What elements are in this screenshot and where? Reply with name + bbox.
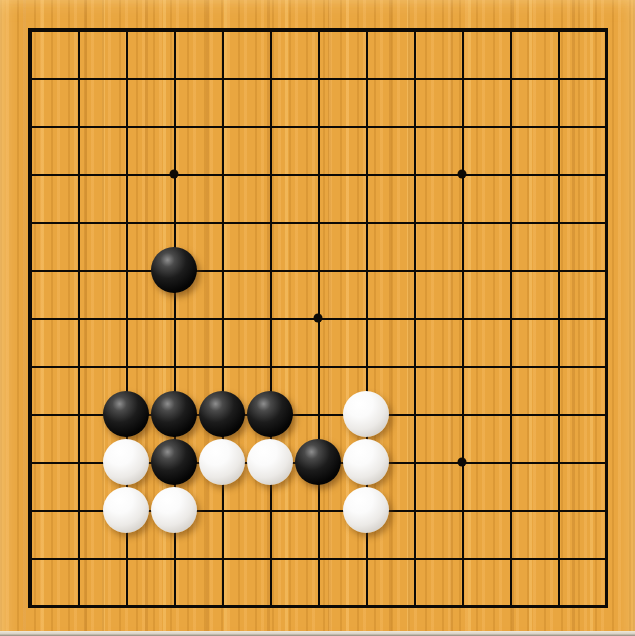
- intersection-L11[interactable]: [486, 102, 534, 150]
- intersection-L7[interactable]: [486, 294, 534, 342]
- intersection-L5[interactable]: [486, 390, 534, 438]
- intersection-M13[interactable]: [534, 6, 582, 54]
- star-point: [458, 170, 467, 179]
- intersection-D10[interactable]: [150, 150, 198, 198]
- intersection-L3[interactable]: [486, 486, 534, 534]
- intersection-G3[interactable]: [294, 486, 342, 534]
- intersection-D4[interactable]: [150, 438, 198, 486]
- intersection-N13[interactable]: [582, 6, 630, 54]
- intersection-E4[interactable]: [198, 438, 246, 486]
- black-stone: [295, 439, 341, 485]
- intersection-N7[interactable]: [582, 294, 630, 342]
- intersection-J10[interactable]: [390, 150, 438, 198]
- intersection-A3[interactable]: [6, 486, 54, 534]
- intersection-N9[interactable]: [582, 198, 630, 246]
- black-stone: [199, 391, 245, 437]
- intersection-F6[interactable]: [246, 342, 294, 390]
- intersection-H8[interactable]: [342, 246, 390, 294]
- intersection-B12[interactable]: [54, 54, 102, 102]
- intersection-B8[interactable]: [54, 246, 102, 294]
- intersection-H6[interactable]: [342, 342, 390, 390]
- intersection-J8[interactable]: [390, 246, 438, 294]
- intersection-B2[interactable]: [54, 534, 102, 582]
- intersection-D2[interactable]: [150, 534, 198, 582]
- intersection-B10[interactable]: [54, 150, 102, 198]
- intersection-N8[interactable]: [582, 246, 630, 294]
- intersection-L8[interactable]: [486, 246, 534, 294]
- intersection-A5[interactable]: [6, 390, 54, 438]
- intersection-K5[interactable]: [438, 390, 486, 438]
- intersection-B3[interactable]: [54, 486, 102, 534]
- intersection-J11[interactable]: [390, 102, 438, 150]
- intersection-J7[interactable]: [390, 294, 438, 342]
- intersection-C13[interactable]: [102, 6, 150, 54]
- intersection-J6[interactable]: [390, 342, 438, 390]
- intersection-K12[interactable]: [438, 54, 486, 102]
- star-point: [458, 458, 467, 467]
- intersection-J1[interactable]: [390, 582, 438, 630]
- intersection-F7[interactable]: [246, 294, 294, 342]
- black-stone: [151, 247, 197, 293]
- intersection-M10[interactable]: [534, 150, 582, 198]
- intersections-grid: [6, 6, 630, 630]
- intersection-H7[interactable]: [342, 294, 390, 342]
- intersection-J4[interactable]: [390, 438, 438, 486]
- intersection-E8[interactable]: [198, 246, 246, 294]
- intersection-L4[interactable]: [486, 438, 534, 486]
- intersection-C1[interactable]: [102, 582, 150, 630]
- intersection-D9[interactable]: [150, 198, 198, 246]
- intersection-E6[interactable]: [198, 342, 246, 390]
- intersection-M6[interactable]: [534, 342, 582, 390]
- intersection-F5[interactable]: [246, 390, 294, 438]
- intersection-L6[interactable]: [486, 342, 534, 390]
- intersection-E3[interactable]: [198, 486, 246, 534]
- intersection-J3[interactable]: [390, 486, 438, 534]
- intersection-E2[interactable]: [198, 534, 246, 582]
- intersection-C5[interactable]: [102, 390, 150, 438]
- intersection-E12[interactable]: [198, 54, 246, 102]
- board-bottom-edge: [0, 631, 635, 636]
- intersection-A8[interactable]: [6, 246, 54, 294]
- star-point: [170, 170, 179, 179]
- intersection-N6[interactable]: [582, 342, 630, 390]
- intersection-M2[interactable]: [534, 534, 582, 582]
- intersection-N2[interactable]: [582, 534, 630, 582]
- intersection-A1[interactable]: [6, 582, 54, 630]
- intersection-G5[interactable]: [294, 390, 342, 438]
- intersection-D8[interactable]: [150, 246, 198, 294]
- white-stone: [343, 487, 389, 533]
- intersection-K8[interactable]: [438, 246, 486, 294]
- intersection-L12[interactable]: [486, 54, 534, 102]
- intersection-D6[interactable]: [150, 342, 198, 390]
- intersection-G10[interactable]: [294, 150, 342, 198]
- intersection-L13[interactable]: [486, 6, 534, 54]
- intersection-G9[interactable]: [294, 198, 342, 246]
- intersection-B11[interactable]: [54, 102, 102, 150]
- intersection-N5[interactable]: [582, 390, 630, 438]
- intersection-C7[interactable]: [102, 294, 150, 342]
- intersection-E10[interactable]: [198, 150, 246, 198]
- intersection-L2[interactable]: [486, 534, 534, 582]
- intersection-G8[interactable]: [294, 246, 342, 294]
- intersection-D3[interactable]: [150, 486, 198, 534]
- go-board[interactable]: [0, 0, 635, 636]
- black-stone: [151, 391, 197, 437]
- intersection-L1[interactable]: [486, 582, 534, 630]
- intersection-B6[interactable]: [54, 342, 102, 390]
- intersection-H11[interactable]: [342, 102, 390, 150]
- intersection-N10[interactable]: [582, 150, 630, 198]
- intersection-G1[interactable]: [294, 582, 342, 630]
- black-stone: [151, 439, 197, 485]
- intersection-A6[interactable]: [6, 342, 54, 390]
- intersection-H12[interactable]: [342, 54, 390, 102]
- intersection-B5[interactable]: [54, 390, 102, 438]
- intersection-K2[interactable]: [438, 534, 486, 582]
- intersection-J13[interactable]: [390, 6, 438, 54]
- intersection-F2[interactable]: [246, 534, 294, 582]
- intersection-H3[interactable]: [342, 486, 390, 534]
- intersection-H10[interactable]: [342, 150, 390, 198]
- intersection-M11[interactable]: [534, 102, 582, 150]
- intersection-G7[interactable]: [294, 294, 342, 342]
- intersection-N1[interactable]: [582, 582, 630, 630]
- intersection-M1[interactable]: [534, 582, 582, 630]
- intersection-L9[interactable]: [486, 198, 534, 246]
- intersection-L10[interactable]: [486, 150, 534, 198]
- intersection-C11[interactable]: [102, 102, 150, 150]
- intersection-N4[interactable]: [582, 438, 630, 486]
- white-stone: [247, 439, 293, 485]
- intersection-F10[interactable]: [246, 150, 294, 198]
- intersection-E1[interactable]: [198, 582, 246, 630]
- intersection-K4[interactable]: [438, 438, 486, 486]
- intersection-F8[interactable]: [246, 246, 294, 294]
- intersection-E11[interactable]: [198, 102, 246, 150]
- intersection-K11[interactable]: [438, 102, 486, 150]
- intersection-H2[interactable]: [342, 534, 390, 582]
- intersection-G11[interactable]: [294, 102, 342, 150]
- intersection-G6[interactable]: [294, 342, 342, 390]
- intersection-M4[interactable]: [534, 438, 582, 486]
- intersection-C10[interactable]: [102, 150, 150, 198]
- intersection-B9[interactable]: [54, 198, 102, 246]
- intersection-J2[interactable]: [390, 534, 438, 582]
- intersection-F9[interactable]: [246, 198, 294, 246]
- intersection-J12[interactable]: [390, 54, 438, 102]
- intersection-C8[interactable]: [102, 246, 150, 294]
- intersection-A13[interactable]: [6, 6, 54, 54]
- intersection-F1[interactable]: [246, 582, 294, 630]
- intersection-B7[interactable]: [54, 294, 102, 342]
- intersection-E13[interactable]: [198, 6, 246, 54]
- intersection-H4[interactable]: [342, 438, 390, 486]
- intersection-K6[interactable]: [438, 342, 486, 390]
- intersection-A9[interactable]: [6, 198, 54, 246]
- black-stone: [103, 391, 149, 437]
- black-stone: [247, 391, 293, 437]
- intersection-C9[interactable]: [102, 198, 150, 246]
- star-point: [314, 314, 323, 323]
- intersection-E9[interactable]: [198, 198, 246, 246]
- intersection-G4[interactable]: [294, 438, 342, 486]
- intersection-K3[interactable]: [438, 486, 486, 534]
- intersection-M8[interactable]: [534, 246, 582, 294]
- intersection-C6[interactable]: [102, 342, 150, 390]
- intersection-N11[interactable]: [582, 102, 630, 150]
- intersection-M5[interactable]: [534, 390, 582, 438]
- intersection-M7[interactable]: [534, 294, 582, 342]
- white-stone: [343, 391, 389, 437]
- intersection-N12[interactable]: [582, 54, 630, 102]
- intersection-J5[interactable]: [390, 390, 438, 438]
- intersection-M3[interactable]: [534, 486, 582, 534]
- intersection-C12[interactable]: [102, 54, 150, 102]
- intersection-A10[interactable]: [6, 150, 54, 198]
- intersection-K13[interactable]: [438, 6, 486, 54]
- intersection-A11[interactable]: [6, 102, 54, 150]
- intersection-D13[interactable]: [150, 6, 198, 54]
- intersection-H13[interactable]: [342, 6, 390, 54]
- intersection-N3[interactable]: [582, 486, 630, 534]
- white-stone: [151, 487, 197, 533]
- intersection-B13[interactable]: [54, 6, 102, 54]
- intersection-M9[interactable]: [534, 198, 582, 246]
- intersection-K10[interactable]: [438, 150, 486, 198]
- intersection-E5[interactable]: [198, 390, 246, 438]
- intersection-J9[interactable]: [390, 198, 438, 246]
- intersection-F13[interactable]: [246, 6, 294, 54]
- intersection-C4[interactable]: [102, 438, 150, 486]
- intersection-H5[interactable]: [342, 390, 390, 438]
- intersection-F3[interactable]: [246, 486, 294, 534]
- intersection-F12[interactable]: [246, 54, 294, 102]
- intersection-C3[interactable]: [102, 486, 150, 534]
- intersection-F4[interactable]: [246, 438, 294, 486]
- intersection-B4[interactable]: [54, 438, 102, 486]
- intersection-G13[interactable]: [294, 6, 342, 54]
- intersection-A4[interactable]: [6, 438, 54, 486]
- white-stone: [199, 439, 245, 485]
- intersection-A2[interactable]: [6, 534, 54, 582]
- intersection-A12[interactable]: [6, 54, 54, 102]
- intersection-D12[interactable]: [150, 54, 198, 102]
- intersection-A7[interactable]: [6, 294, 54, 342]
- intersection-H1[interactable]: [342, 582, 390, 630]
- white-stone: [103, 487, 149, 533]
- intersection-D1[interactable]: [150, 582, 198, 630]
- intersection-C2[interactable]: [102, 534, 150, 582]
- intersection-D5[interactable]: [150, 390, 198, 438]
- white-stone: [103, 439, 149, 485]
- intersection-K7[interactable]: [438, 294, 486, 342]
- intersection-K1[interactable]: [438, 582, 486, 630]
- intersection-G2[interactable]: [294, 534, 342, 582]
- intersection-F11[interactable]: [246, 102, 294, 150]
- intersection-D7[interactable]: [150, 294, 198, 342]
- intersection-K9[interactable]: [438, 198, 486, 246]
- intersection-H9[interactable]: [342, 198, 390, 246]
- intersection-G12[interactable]: [294, 54, 342, 102]
- intersection-D11[interactable]: [150, 102, 198, 150]
- white-stone: [343, 439, 389, 485]
- intersection-B1[interactable]: [54, 582, 102, 630]
- intersection-E7[interactable]: [198, 294, 246, 342]
- intersection-M12[interactable]: [534, 54, 582, 102]
